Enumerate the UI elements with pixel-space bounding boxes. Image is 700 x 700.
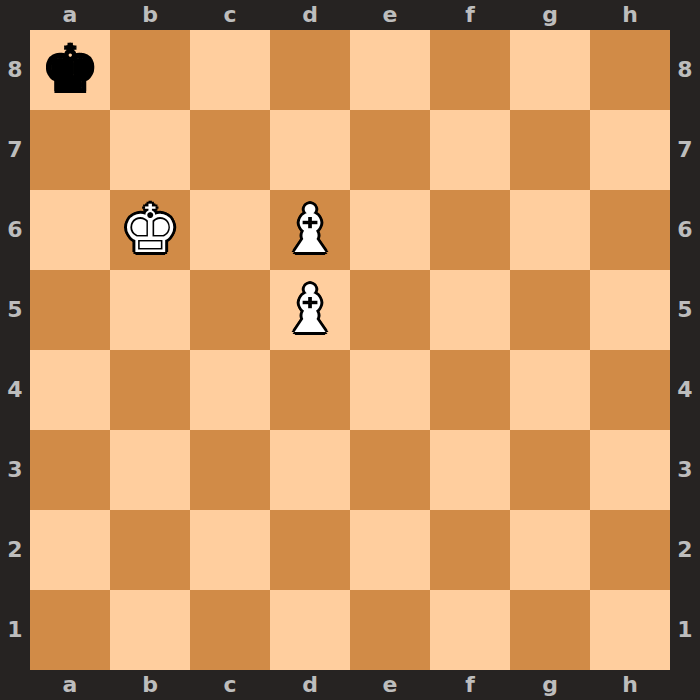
frame-corner-top-right: [670, 0, 700, 30]
file-label-f: f: [430, 670, 510, 700]
white-bishop[interactable]: ♝: [280, 270, 339, 350]
rank-label-5: 5: [0, 270, 30, 350]
rank-labels-left: 87654321: [0, 30, 30, 670]
square-f5[interactable]: [430, 270, 510, 350]
file-label-c: c: [190, 670, 270, 700]
square-b4[interactable]: [110, 350, 190, 430]
frame-corner-top-left: [0, 0, 30, 30]
rank-label-3: 3: [670, 430, 700, 510]
square-e7[interactable]: [350, 110, 430, 190]
file-label-d: d: [270, 0, 350, 30]
square-h6[interactable]: [590, 190, 670, 270]
square-c5[interactable]: [190, 270, 270, 350]
square-e3[interactable]: [350, 430, 430, 510]
rank-label-1: 1: [0, 590, 30, 670]
square-d4[interactable]: [270, 350, 350, 430]
square-b7[interactable]: [110, 110, 190, 190]
square-b8[interactable]: [110, 30, 190, 110]
square-g1[interactable]: [510, 590, 590, 670]
white-king[interactable]: ♚: [120, 190, 179, 270]
square-g7[interactable]: [510, 110, 590, 190]
square-d3[interactable]: [270, 430, 350, 510]
file-label-a: a: [30, 670, 110, 700]
square-h8[interactable]: [590, 30, 670, 110]
black-king[interactable]: ♚: [40, 30, 99, 110]
rank-label-8: 8: [0, 30, 30, 110]
rank-label-4: 4: [0, 350, 30, 430]
square-h2[interactable]: [590, 510, 670, 590]
square-f8[interactable]: [430, 30, 510, 110]
file-label-a: a: [30, 0, 110, 30]
file-label-b: b: [110, 670, 190, 700]
rank-label-2: 2: [0, 510, 30, 590]
square-c2[interactable]: [190, 510, 270, 590]
square-b5[interactable]: [110, 270, 190, 350]
rank-label-1: 1: [670, 590, 700, 670]
square-c4[interactable]: [190, 350, 270, 430]
square-e8[interactable]: [350, 30, 430, 110]
rank-label-2: 2: [670, 510, 700, 590]
square-a6[interactable]: [30, 190, 110, 270]
square-d6[interactable]: ♝: [270, 190, 350, 270]
file-label-f: f: [430, 0, 510, 30]
square-b2[interactable]: [110, 510, 190, 590]
square-c3[interactable]: [190, 430, 270, 510]
square-d8[interactable]: [270, 30, 350, 110]
square-g8[interactable]: [510, 30, 590, 110]
square-a4[interactable]: [30, 350, 110, 430]
square-c6[interactable]: [190, 190, 270, 270]
rank-label-3: 3: [0, 430, 30, 510]
square-d7[interactable]: [270, 110, 350, 190]
file-label-e: e: [350, 0, 430, 30]
square-g2[interactable]: [510, 510, 590, 590]
file-label-b: b: [110, 0, 190, 30]
file-labels-bottom: abcdefgh: [30, 670, 670, 700]
square-b3[interactable]: [110, 430, 190, 510]
square-a2[interactable]: [30, 510, 110, 590]
frame-corner-bottom-left: [0, 670, 30, 700]
square-b1[interactable]: [110, 590, 190, 670]
square-d2[interactable]: [270, 510, 350, 590]
square-b6[interactable]: ♚: [110, 190, 190, 270]
rank-label-7: 7: [0, 110, 30, 190]
file-label-g: g: [510, 0, 590, 30]
file-label-h: h: [590, 670, 670, 700]
frame-corner-bottom-right: [670, 670, 700, 700]
chess-board: ♚♚♝♝: [30, 30, 670, 670]
square-g5[interactable]: [510, 270, 590, 350]
square-d5[interactable]: ♝: [270, 270, 350, 350]
rank-label-5: 5: [670, 270, 700, 350]
rank-labels-right: 87654321: [670, 30, 700, 670]
rank-label-6: 6: [0, 190, 30, 270]
square-a3[interactable]: [30, 430, 110, 510]
square-f2[interactable]: [430, 510, 510, 590]
square-f6[interactable]: [430, 190, 510, 270]
square-f7[interactable]: [430, 110, 510, 190]
square-a8[interactable]: ♚: [30, 30, 110, 110]
file-label-e: e: [350, 670, 430, 700]
square-c7[interactable]: [190, 110, 270, 190]
square-h5[interactable]: [590, 270, 670, 350]
square-f1[interactable]: [430, 590, 510, 670]
rank-label-4: 4: [670, 350, 700, 430]
square-e1[interactable]: [350, 590, 430, 670]
square-h3[interactable]: [590, 430, 670, 510]
square-g4[interactable]: [510, 350, 590, 430]
file-label-c: c: [190, 0, 270, 30]
white-bishop[interactable]: ♝: [280, 190, 339, 270]
square-e2[interactable]: [350, 510, 430, 590]
file-label-h: h: [590, 0, 670, 30]
square-f4[interactable]: [430, 350, 510, 430]
square-c8[interactable]: [190, 30, 270, 110]
square-e5[interactable]: [350, 270, 430, 350]
rank-label-8: 8: [670, 30, 700, 110]
square-h4[interactable]: [590, 350, 670, 430]
square-a1[interactable]: [30, 590, 110, 670]
file-labels-top: abcdefgh: [30, 0, 670, 30]
square-a7[interactable]: [30, 110, 110, 190]
file-label-d: d: [270, 670, 350, 700]
rank-label-7: 7: [670, 110, 700, 190]
board-frame: abcdefgh 87654321 ♚♚♝♝ 87654321 abcdefgh: [0, 0, 700, 700]
square-c1[interactable]: [190, 590, 270, 670]
square-e4[interactable]: [350, 350, 430, 430]
square-g3[interactable]: [510, 430, 590, 510]
square-h1[interactable]: [590, 590, 670, 670]
file-label-g: g: [510, 670, 590, 700]
square-e6[interactable]: [350, 190, 430, 270]
square-d1[interactable]: [270, 590, 350, 670]
square-f3[interactable]: [430, 430, 510, 510]
square-h7[interactable]: [590, 110, 670, 190]
square-g6[interactable]: [510, 190, 590, 270]
square-a5[interactable]: [30, 270, 110, 350]
rank-label-6: 6: [670, 190, 700, 270]
